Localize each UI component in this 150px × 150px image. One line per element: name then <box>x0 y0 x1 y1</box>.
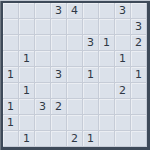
cell-r8c6[interactable] <box>83 115 99 131</box>
clue-cell-r9c5[interactable]: 2 <box>67 131 83 147</box>
cell-r7c7[interactable] <box>99 99 115 115</box>
cell-r3c4[interactable] <box>51 35 67 51</box>
cell-r5c2[interactable] <box>19 67 35 83</box>
cell-r8c5[interactable] <box>67 115 83 131</box>
cell-r2c5[interactable] <box>67 19 83 35</box>
cell-r8c3[interactable] <box>35 115 51 131</box>
cell-r5c7[interactable] <box>99 67 115 83</box>
cell-r8c8[interactable] <box>115 115 131 131</box>
cell-r1c9[interactable] <box>131 3 147 19</box>
cell-r1c1[interactable] <box>3 3 19 19</box>
cell-r5c3[interactable] <box>35 67 51 83</box>
cell-r7c8[interactable] <box>115 99 131 115</box>
puzzle-board: 3433312111311121321121 <box>0 0 150 150</box>
clue-cell-r7c4[interactable]: 2 <box>51 99 67 115</box>
cell-r3c8[interactable] <box>115 35 131 51</box>
cell-r6c3[interactable] <box>35 83 51 99</box>
puzzle-grid: 3433312111311121321121 <box>3 3 147 147</box>
cell-r2c4[interactable] <box>51 19 67 35</box>
clue-cell-r6c8[interactable]: 2 <box>115 83 131 99</box>
cell-r6c5[interactable] <box>67 83 83 99</box>
cell-r8c9[interactable] <box>131 115 147 131</box>
cell-r2c6[interactable] <box>83 19 99 35</box>
cell-r6c9[interactable] <box>131 83 147 99</box>
cell-r6c4[interactable] <box>51 83 67 99</box>
cell-r3c5[interactable] <box>67 35 83 51</box>
cell-r8c4[interactable] <box>51 115 67 131</box>
clue-cell-r1c8[interactable]: 3 <box>115 3 131 19</box>
clue-cell-r1c5[interactable]: 4 <box>67 3 83 19</box>
cell-r9c7[interactable] <box>99 131 115 147</box>
clue-cell-r5c9[interactable]: 1 <box>131 67 147 83</box>
cell-r9c9[interactable] <box>131 131 147 147</box>
clue-cell-r2c9[interactable]: 3 <box>131 19 147 35</box>
cell-r2c8[interactable] <box>115 19 131 35</box>
cell-r9c1[interactable] <box>3 131 19 147</box>
clue-cell-r5c6[interactable]: 1 <box>83 67 99 83</box>
clue-cell-r7c3[interactable]: 3 <box>35 99 51 115</box>
cell-r9c3[interactable] <box>35 131 51 147</box>
clue-cell-r6c2[interactable]: 1 <box>19 83 35 99</box>
clue-cell-r5c1[interactable]: 1 <box>3 67 19 83</box>
clue-cell-r9c2[interactable]: 1 <box>19 131 35 147</box>
cell-r2c2[interactable] <box>19 19 35 35</box>
cell-r4c3[interactable] <box>35 51 51 67</box>
cell-r5c8[interactable] <box>115 67 131 83</box>
cell-r2c1[interactable] <box>3 19 19 35</box>
cell-r4c7[interactable] <box>99 51 115 67</box>
clue-cell-r9c6[interactable]: 1 <box>83 131 99 147</box>
cell-r7c2[interactable] <box>19 99 35 115</box>
cell-r2c3[interactable] <box>35 19 51 35</box>
cell-r3c2[interactable] <box>19 35 35 51</box>
cell-r8c2[interactable] <box>19 115 35 131</box>
cell-r1c7[interactable] <box>99 3 115 19</box>
cell-r1c6[interactable] <box>83 3 99 19</box>
cell-r6c6[interactable] <box>83 83 99 99</box>
cell-r6c7[interactable] <box>99 83 115 99</box>
clue-cell-r3c9[interactable]: 2 <box>131 35 147 51</box>
clue-cell-r4c2[interactable]: 1 <box>19 51 35 67</box>
cell-r4c6[interactable] <box>83 51 99 67</box>
cell-r7c6[interactable] <box>83 99 99 115</box>
cell-r4c1[interactable] <box>3 51 19 67</box>
cell-r4c4[interactable] <box>51 51 67 67</box>
cell-r4c5[interactable] <box>67 51 83 67</box>
cell-r7c5[interactable] <box>67 99 83 115</box>
cell-r8c7[interactable] <box>99 115 115 131</box>
cell-r4c9[interactable] <box>131 51 147 67</box>
clue-cell-r7c1[interactable]: 1 <box>3 99 19 115</box>
cell-r6c1[interactable] <box>3 83 19 99</box>
clue-cell-r4c8[interactable]: 1 <box>115 51 131 67</box>
cell-r9c8[interactable] <box>115 131 131 147</box>
clue-cell-r1c4[interactable]: 3 <box>51 3 67 19</box>
clue-cell-r3c7[interactable]: 1 <box>99 35 115 51</box>
clue-cell-r5c4[interactable]: 3 <box>51 67 67 83</box>
cell-r9c4[interactable] <box>51 131 67 147</box>
cell-r1c2[interactable] <box>19 3 35 19</box>
clue-cell-r8c1[interactable]: 1 <box>3 115 19 131</box>
clue-cell-r3c6[interactable]: 3 <box>83 35 99 51</box>
cell-r1c3[interactable] <box>35 3 51 19</box>
cell-r3c1[interactable] <box>3 35 19 51</box>
cell-r7c9[interactable] <box>131 99 147 115</box>
cell-r2c7[interactable] <box>99 19 115 35</box>
cell-r5c5[interactable] <box>67 67 83 83</box>
cell-r3c3[interactable] <box>35 35 51 51</box>
